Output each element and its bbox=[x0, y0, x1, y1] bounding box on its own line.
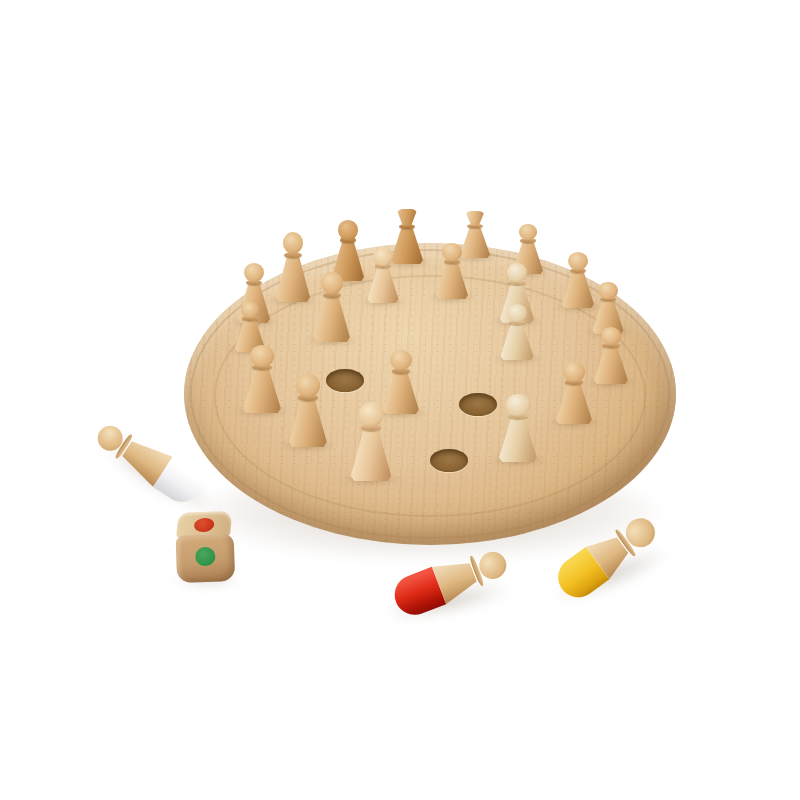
standing-peg[interactable] bbox=[500, 304, 535, 360]
standing-peg[interactable] bbox=[313, 272, 351, 342]
peg-head bbox=[507, 304, 527, 322]
standing-peg[interactable] bbox=[288, 374, 328, 447]
peg-head bbox=[568, 252, 588, 270]
standing-peg[interactable] bbox=[435, 243, 469, 299]
standing-peg[interactable] bbox=[242, 345, 282, 413]
peg-head bbox=[373, 248, 392, 266]
peg-body bbox=[350, 428, 393, 481]
standing-peg[interactable] bbox=[593, 327, 629, 384]
standing-peg[interactable] bbox=[555, 362, 593, 424]
peg-body bbox=[561, 270, 595, 308]
peg-head bbox=[563, 362, 585, 382]
peg-head bbox=[601, 327, 622, 345]
memory-chess-photo bbox=[0, 0, 800, 800]
peg-head bbox=[465, 211, 485, 225]
white-base-peg[interactable] bbox=[90, 416, 207, 509]
peg-head bbox=[390, 350, 412, 370]
peg-body bbox=[593, 346, 629, 384]
empty-hole[interactable] bbox=[326, 369, 364, 392]
peg-body bbox=[500, 322, 535, 360]
standing-peg[interactable] bbox=[561, 252, 595, 308]
color-die[interactable] bbox=[175, 511, 237, 583]
peg-body bbox=[367, 266, 400, 303]
peg-body bbox=[555, 382, 593, 424]
peg-head bbox=[506, 394, 529, 416]
standing-peg[interactable] bbox=[350, 402, 393, 481]
peg-head bbox=[283, 232, 304, 254]
peg-body bbox=[435, 261, 469, 299]
peg-head bbox=[442, 243, 462, 261]
peg-head bbox=[241, 302, 260, 318]
peg-head bbox=[338, 220, 358, 240]
peg-head bbox=[321, 272, 343, 294]
die-green-dot bbox=[195, 547, 216, 567]
peg-head bbox=[396, 209, 418, 226]
standing-peg[interactable] bbox=[275, 232, 311, 302]
empty-hole[interactable] bbox=[459, 393, 497, 416]
peg-body bbox=[498, 416, 538, 462]
peg-body bbox=[313, 295, 351, 342]
peg-head bbox=[519, 224, 538, 240]
peg-head bbox=[296, 374, 319, 397]
peg-head bbox=[359, 402, 384, 427]
die-red-dot bbox=[194, 517, 215, 532]
peg-body bbox=[242, 367, 282, 413]
die-front-face bbox=[176, 534, 236, 583]
standing-peg[interactable] bbox=[367, 248, 400, 303]
peg-head bbox=[598, 282, 617, 299]
peg-head bbox=[250, 345, 273, 367]
empty-hole[interactable] bbox=[430, 449, 468, 472]
standing-peg[interactable] bbox=[498, 394, 538, 462]
peg-head bbox=[244, 263, 264, 282]
peg-head bbox=[507, 263, 528, 282]
peg-body bbox=[275, 255, 311, 302]
peg-body bbox=[288, 398, 328, 447]
